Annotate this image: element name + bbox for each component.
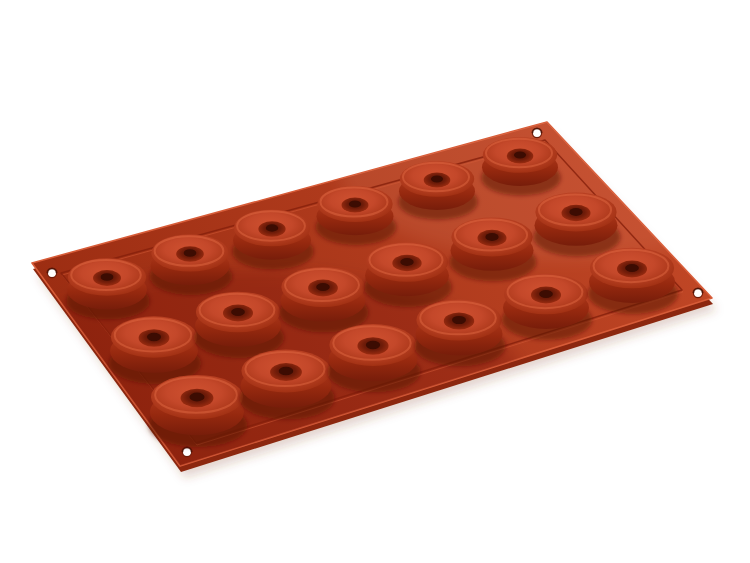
corner-hole-3 [693, 288, 702, 297]
cavity-hole [266, 224, 278, 231]
product-photo [0, 0, 750, 563]
cavity-r3-c6 [588, 248, 678, 314]
cavity-hole [316, 283, 330, 291]
cavity-r3-c3 [327, 324, 420, 393]
cavity-r2-c3 [279, 267, 368, 332]
cavity-r1-c3 [232, 210, 314, 270]
cavity-hole [514, 151, 526, 158]
cavity-r3-c4 [414, 300, 505, 367]
mould-scene [0, 0, 750, 563]
corner-hole-1 [47, 268, 56, 277]
cavity-r3-c2 [239, 350, 335, 420]
cavity-r1-c2 [150, 234, 233, 295]
cavity-r1-c5 [398, 161, 478, 220]
cavity-hole [485, 233, 498, 241]
cavity-r1-c1 [66, 258, 150, 320]
cavity-hole [431, 175, 443, 182]
cavity-r2-c4 [364, 242, 452, 307]
cavity-hole [189, 393, 204, 402]
cavity-r1-c4 [316, 186, 397, 245]
cavity-r2-c2 [194, 292, 284, 358]
cavity-hole [349, 200, 361, 207]
cavity-hole [400, 258, 413, 266]
cavity-hole [569, 208, 582, 216]
cavity-r3-c5 [502, 274, 592, 340]
cavity-hole [452, 316, 466, 324]
corner-hole-4 [182, 447, 191, 456]
cavity-hole [101, 273, 114, 281]
cavity-r2-c5 [449, 217, 536, 281]
cavity-hole [231, 308, 245, 316]
cavity-hole [539, 290, 553, 298]
corner-hole-2 [532, 128, 541, 137]
cavity-r1-c6 [481, 137, 561, 196]
cavity-r2-c6 [533, 192, 620, 256]
cavity-hole [147, 333, 161, 341]
cavity-hole [184, 249, 197, 256]
cavity-hole [366, 341, 380, 349]
cavity-r2-c1 [109, 316, 201, 384]
cavity-r3-c1 [149, 375, 248, 447]
cavity-hole [625, 264, 639, 272]
cavity-hole [279, 367, 294, 376]
